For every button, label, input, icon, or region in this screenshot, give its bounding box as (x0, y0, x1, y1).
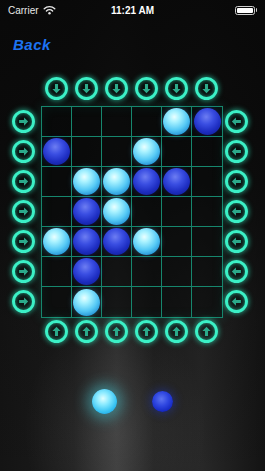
push-right-row5-button[interactable] (12, 230, 35, 253)
arrow-left-icon (231, 206, 242, 217)
cell-r7c1 (42, 287, 72, 317)
light-ball (133, 228, 160, 255)
arrow-up-icon (141, 326, 152, 337)
light-ball (73, 289, 100, 316)
cell-r2c4 (132, 137, 162, 167)
cell-r1c5 (162, 107, 192, 137)
clock: 11:21 AM (0, 5, 265, 16)
push-left-row7-button[interactable] (225, 290, 248, 313)
arrow-right-icon (18, 176, 29, 187)
cell-r1c3 (102, 107, 132, 137)
arrow-right-icon (18, 146, 29, 157)
light-ball (103, 168, 130, 195)
cell-r7c5 (162, 287, 192, 317)
arrow-up-icon (51, 326, 62, 337)
cell-r5c4 (132, 227, 162, 257)
cell-r2c6 (192, 137, 222, 167)
cell-r1c6 (192, 107, 222, 137)
push-down-col4-button[interactable] (135, 77, 158, 100)
cell-r1c4 (132, 107, 162, 137)
push-left-row5-button[interactable] (225, 230, 248, 253)
arrow-up-icon (201, 326, 212, 337)
push-up-col3-button[interactable] (105, 320, 128, 343)
cell-r4c3 (102, 197, 132, 227)
arrow-right-icon (18, 266, 29, 277)
cell-r5c3 (102, 227, 132, 257)
push-up-col4-button[interactable] (135, 320, 158, 343)
push-right-row2-button[interactable] (12, 140, 35, 163)
push-left-row1-button[interactable] (225, 110, 248, 133)
dark-ball (163, 168, 190, 195)
arrow-right-icon (18, 206, 29, 217)
dark-ball (73, 198, 100, 225)
cell-r4c5 (162, 197, 192, 227)
cell-r1c1 (42, 107, 72, 137)
push-right-row4-button[interactable] (12, 200, 35, 223)
light-ball (163, 108, 190, 135)
arrow-down-icon (171, 83, 182, 94)
push-down-col6-button[interactable] (195, 77, 218, 100)
cell-r6c4 (132, 257, 162, 287)
dark-ball (103, 228, 130, 255)
cell-r4c1 (42, 197, 72, 227)
cell-r6c6 (192, 257, 222, 287)
push-up-col1-button[interactable] (45, 320, 68, 343)
arrow-right-icon (18, 296, 29, 307)
arrow-left-icon (231, 146, 242, 157)
cell-r5c6 (192, 227, 222, 257)
light-ball (133, 138, 160, 165)
cell-r2c2 (72, 137, 102, 167)
cell-r3c5 (162, 167, 192, 197)
push-up-col6-button[interactable] (195, 320, 218, 343)
arrow-left-icon (231, 236, 242, 247)
tray-dark-ball (152, 391, 173, 412)
push-left-row6-button[interactable] (225, 260, 248, 283)
cell-r6c5 (162, 257, 192, 287)
arrow-left-icon (231, 116, 242, 127)
push-left-row4-button[interactable] (225, 200, 248, 223)
arrow-up-icon (111, 326, 122, 337)
push-left-row3-button[interactable] (225, 170, 248, 193)
arrow-up-icon (171, 326, 182, 337)
dark-ball (133, 168, 160, 195)
cell-r5c2 (72, 227, 102, 257)
push-left-row2-button[interactable] (225, 140, 248, 163)
cell-r4c4 (132, 197, 162, 227)
status-bar: Carrier 11:21 AM (0, 0, 265, 20)
cell-r7c6 (192, 287, 222, 317)
push-down-col2-button[interactable] (75, 77, 98, 100)
cell-r5c1 (42, 227, 72, 257)
light-ball (73, 168, 100, 195)
arrow-left-icon (231, 266, 242, 277)
arrow-right-icon (18, 236, 29, 247)
arrow-down-icon (141, 83, 152, 94)
cell-r6c2 (72, 257, 102, 287)
push-right-row6-button[interactable] (12, 260, 35, 283)
push-down-col1-button[interactable] (45, 77, 68, 100)
dark-ball (194, 108, 221, 135)
cell-r3c1 (42, 167, 72, 197)
arrow-left-icon (231, 296, 242, 307)
push-up-col5-button[interactable] (165, 320, 188, 343)
cell-r2c3 (102, 137, 132, 167)
app-screen: Carrier 11:21 AM Back (0, 0, 265, 471)
light-ball (103, 198, 130, 225)
back-button[interactable]: Back (13, 36, 51, 53)
arrow-down-icon (51, 83, 62, 94)
light-ball (43, 228, 70, 255)
dark-ball (73, 258, 100, 285)
push-right-row1-button[interactable] (12, 110, 35, 133)
push-up-col2-button[interactable] (75, 320, 98, 343)
dark-ball (73, 228, 100, 255)
dark-ball (43, 138, 70, 165)
cell-r6c3 (102, 257, 132, 287)
push-right-row7-button[interactable] (12, 290, 35, 313)
cell-r4c6 (192, 197, 222, 227)
cell-r2c5 (162, 137, 192, 167)
cell-r5c5 (162, 227, 192, 257)
cell-r2c1 (42, 137, 72, 167)
push-down-col5-button[interactable] (165, 77, 188, 100)
cell-r3c3 (102, 167, 132, 197)
game-board (41, 106, 223, 318)
cell-r1c2 (72, 107, 102, 137)
cell-r6c1 (42, 257, 72, 287)
cell-r7c4 (132, 287, 162, 317)
push-right-row3-button[interactable] (12, 170, 35, 193)
cell-r3c2 (72, 167, 102, 197)
arrow-down-icon (111, 83, 122, 94)
arrow-down-icon (81, 83, 92, 94)
tray-light-ball (92, 389, 117, 414)
cell-r3c6 (192, 167, 222, 197)
arrow-left-icon (231, 176, 242, 187)
cell-r3c4 (132, 167, 162, 197)
push-down-col3-button[interactable] (105, 77, 128, 100)
cell-r7c2 (72, 287, 102, 317)
arrow-up-icon (81, 326, 92, 337)
arrow-down-icon (201, 83, 212, 94)
cell-r7c3 (102, 287, 132, 317)
arrow-right-icon (18, 116, 29, 127)
cell-r4c2 (72, 197, 102, 227)
